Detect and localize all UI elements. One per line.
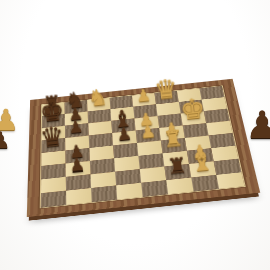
captured-black-pawn-right: ♟: [245, 106, 270, 144]
piece-white-pawn-d4: ♟: [139, 123, 156, 141]
square-e3: ♜: [161, 138, 187, 153]
piece-black-pawn-f7: ♟: [68, 156, 85, 175]
square-f7: ♟: [66, 161, 91, 177]
square-d8: ♛: [42, 138, 66, 153]
piece-black-pawn-d5: ♟: [116, 125, 133, 143]
piece-white-rook-e3: ♜: [163, 128, 184, 151]
square-e4: [137, 140, 163, 155]
chess-board: ♜♞♞♟♛♚♟♟♝♟♚♛♟♟♟♟♜♟♟♜♝: [41, 86, 245, 208]
board-frame: ♜♞♞♟♛♚♟♟♝♟♚♛♟♟♟♟♜♟♟♜♝: [27, 79, 260, 217]
square-h1: [216, 172, 244, 189]
chessboard-photo: ♜♞♞♟♛♚♟♟♝♟♚♛♟♟♟♟♜♟♟♜♝ ♟♟♟: [0, 0, 270, 270]
piece-black-pawn-c7: ♟: [68, 118, 85, 136]
piece-white-bishop-g2: ♝: [190, 148, 215, 175]
square-h3: [166, 178, 193, 195]
square-d2: [183, 123, 209, 138]
piece-white-king-c2: ♚: [179, 94, 206, 124]
square-h8: [41, 191, 66, 208]
square-f6: [90, 158, 115, 174]
piece-white-knight-a6: ♞: [87, 86, 109, 110]
piece-white-pawn-a4: ♟: [135, 87, 151, 105]
square-h4: [141, 180, 168, 197]
piece-black-queen-d8: ♛: [39, 122, 66, 151]
captured-black-pawn-left-bottom: ♟: [0, 129, 11, 152]
square-f4: [138, 153, 164, 169]
square-e8: [41, 151, 65, 167]
square-h5: [116, 183, 143, 200]
board-tilt-wrapper: ♜♞♞♟♛♚♟♟♝♟♚♛♟♟♟♟♜♟♟♜♝: [17, 23, 257, 263]
square-d1: [206, 121, 232, 136]
square-f1: [211, 146, 238, 162]
square-h7: [66, 188, 92, 205]
board-scene: ♜♞♞♟♛♚♟♟♝♟♚♛♟♟♟♟♜♟♟♜♝: [27, 79, 260, 217]
piece-black-rook-g3: ♜: [166, 154, 188, 178]
square-h2: [191, 175, 219, 192]
square-h6: [91, 185, 117, 202]
piece-white-queen-a3: ♛: [153, 75, 179, 103]
square-f8: [41, 163, 66, 179]
